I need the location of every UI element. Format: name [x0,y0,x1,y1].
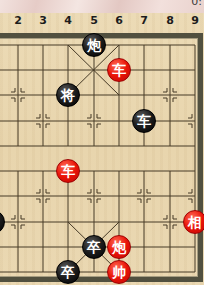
piece-glyph: 炮 [112,240,126,254]
piece-glyph: 炮 [87,38,101,52]
piece-red-chariot-2[interactable]: 车 [56,159,80,183]
piece-black-soldier-2[interactable]: 卒 [56,260,80,284]
piece-glyph: 车 [61,164,75,178]
piece-red-cannon[interactable]: 炮 [107,235,131,259]
piece-black-general[interactable]: 将 [56,83,80,107]
piece-glyph: 将 [61,88,75,102]
piece-glyph: 卒 [61,265,75,279]
piece-black-cannon[interactable]: 炮 [82,33,106,57]
piece-glyph: 相 [188,215,202,229]
piece-glyph: 卒 [87,240,101,254]
piece-black-chariot[interactable]: 车 [132,109,156,133]
piece-glyph: 车 [112,63,126,77]
piece-glyph: 帅 [112,265,126,279]
piece-glyph: 车 [137,114,151,128]
xiangqi-app: 0: 123456789 炮车将车车卒相卒炮卒帅 [0,0,204,285]
piece-red-general[interactable]: 帅 [107,260,131,284]
piece-red-chariot-1[interactable]: 车 [107,58,131,82]
piece-black-soldier-1[interactable]: 卒 [82,235,106,259]
piece-red-elephant[interactable]: 相 [183,210,204,234]
